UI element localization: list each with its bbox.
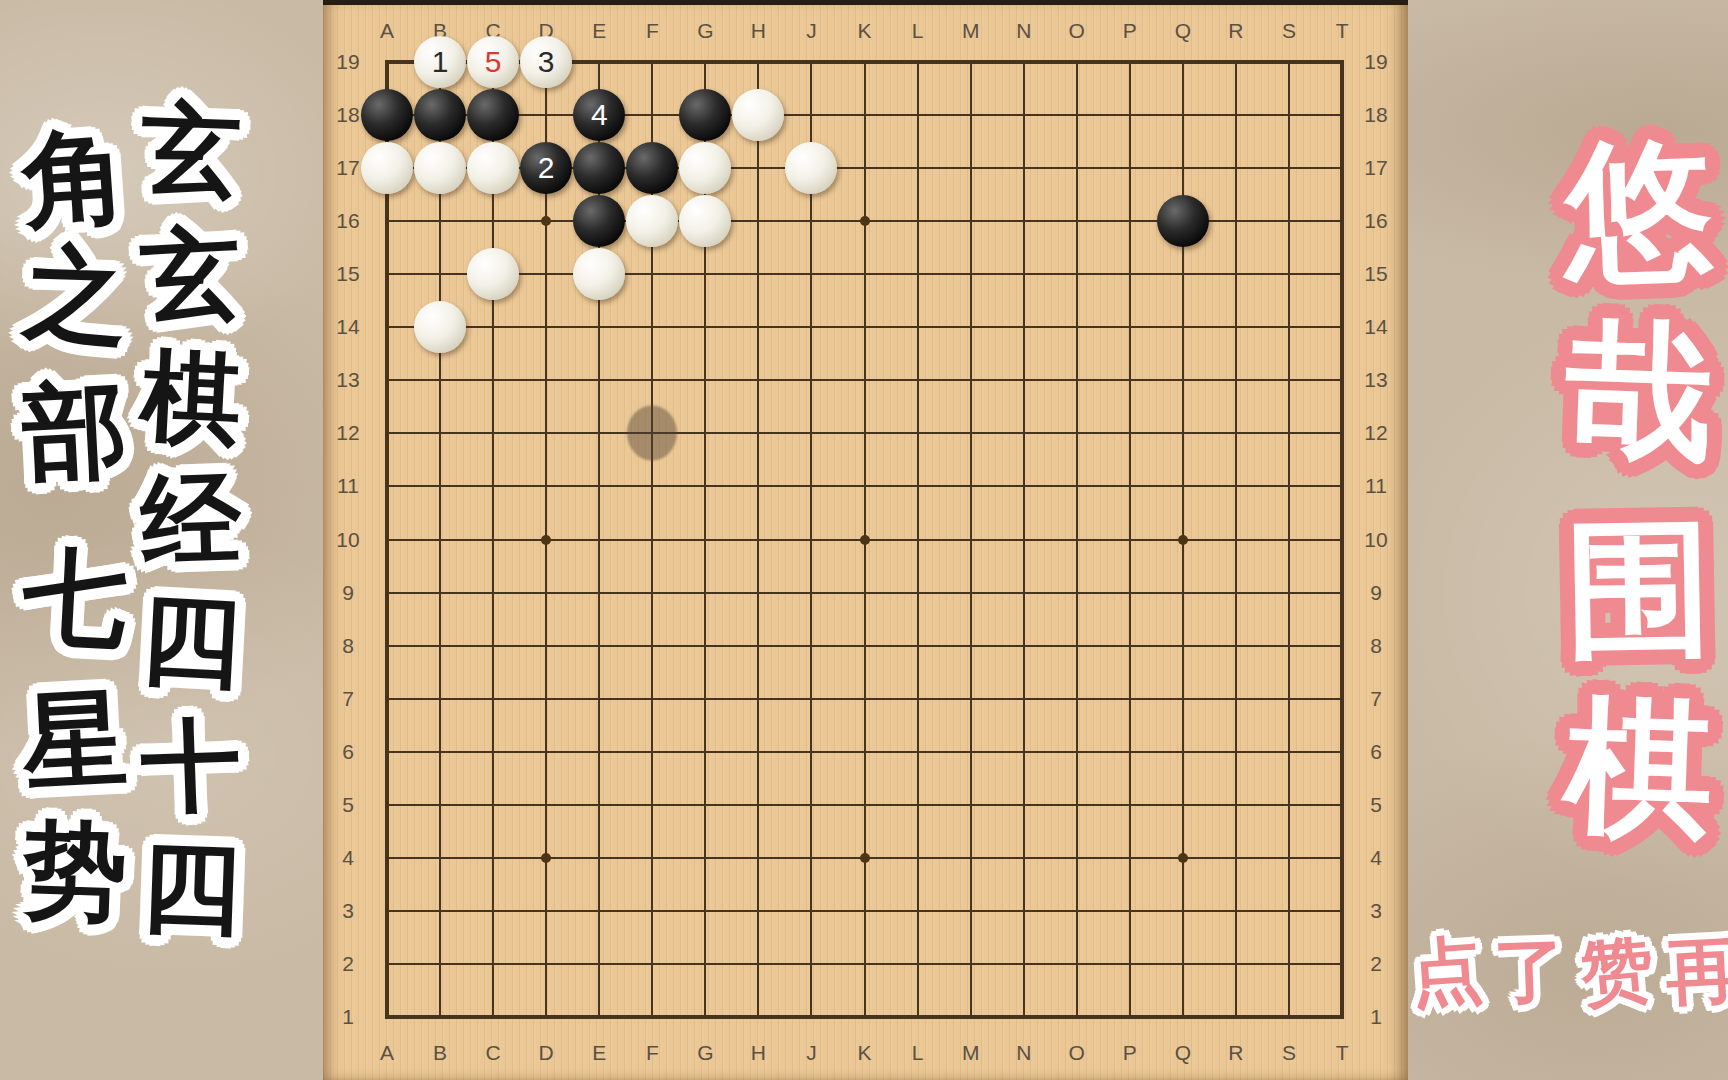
title-char-left_inner: 十 bbox=[139, 699, 244, 837]
title-char-right: 悠 bbox=[1562, 110, 1717, 315]
title-char-left_inner: 棋 bbox=[138, 330, 245, 470]
title-char-left_inner: 玄 bbox=[139, 83, 244, 221]
title-char-right: 棋 bbox=[1562, 667, 1717, 872]
title-char-right: 哉 bbox=[1562, 290, 1717, 495]
board-overlay bbox=[0, 0, 1728, 1080]
title-char-left_outer: 势 bbox=[21, 801, 130, 945]
title-char-left_outer: 星 bbox=[19, 669, 130, 814]
title-char-bottom_right: 赞 bbox=[1577, 921, 1657, 1023]
screen: AABBCCDDEEFFGGHHJJKKLLMMNNOOPPQQRRSSTT19… bbox=[0, 0, 1728, 1080]
title-char-left_inner: 四 bbox=[138, 573, 245, 713]
title-char-right: 围 bbox=[1563, 490, 1714, 693]
title-char-left_inner: 玄 bbox=[138, 207, 245, 347]
title-char-bottom_right: 再 bbox=[1664, 922, 1728, 1022]
title-char-left_outer: 七 bbox=[19, 527, 130, 672]
title-char-left_inner: 四 bbox=[139, 821, 244, 959]
title-char-left_outer: 部 bbox=[19, 360, 130, 505]
title-char-bottom_right: 了 bbox=[1492, 923, 1567, 1021]
title-char-left_inner: 经 bbox=[139, 453, 244, 591]
title-char-left_outer: 之 bbox=[21, 225, 130, 369]
title-char-bottom_right: 点 bbox=[1408, 922, 1487, 1023]
